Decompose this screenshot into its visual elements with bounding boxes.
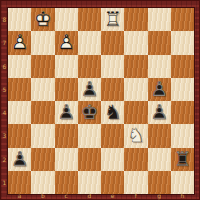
square-c1[interactable] xyxy=(55,171,78,194)
square-b2[interactable] xyxy=(31,148,54,171)
chess-board: ♚♔♜♖♟♙♟♙♟♙♟♙♟♙♚♔♞♘♟♙♞♘♟♙♜♖ xyxy=(8,8,194,194)
square-c7[interactable]: ♟♙ xyxy=(55,31,78,54)
square-h6[interactable] xyxy=(171,55,194,78)
square-g2[interactable] xyxy=(148,148,171,171)
square-e3[interactable] xyxy=(101,124,124,147)
black-pawn-glyph-outline: ♙ xyxy=(148,101,171,124)
square-c5[interactable] xyxy=(55,78,78,101)
piece-white-rook[interactable]: ♜♖ xyxy=(101,8,124,31)
square-e7[interactable] xyxy=(101,31,124,54)
piece-black-pawn[interactable]: ♟♙ xyxy=(55,101,78,124)
square-a7[interactable]: ♟♙ xyxy=(8,31,31,54)
square-h8[interactable] xyxy=(171,8,194,31)
square-c2[interactable] xyxy=(55,148,78,171)
square-a3[interactable] xyxy=(8,124,31,147)
square-b6[interactable] xyxy=(31,55,54,78)
square-c4[interactable]: ♟♙ xyxy=(55,101,78,124)
piece-white-pawn[interactable]: ♟♙ xyxy=(55,31,78,54)
square-f6[interactable] xyxy=(124,55,147,78)
square-g5[interactable]: ♟♙ xyxy=(148,78,171,101)
black-pawn-glyph-outline: ♙ xyxy=(8,148,31,171)
square-b1[interactable] xyxy=(31,171,54,194)
square-b3[interactable] xyxy=(31,124,54,147)
square-f5[interactable] xyxy=(124,78,147,101)
white-pawn-glyph-outline: ♙ xyxy=(8,31,31,54)
square-f3[interactable]: ♞♘ xyxy=(124,124,147,147)
square-f7[interactable] xyxy=(124,31,147,54)
piece-white-pawn[interactable]: ♟♙ xyxy=(8,31,31,54)
piece-black-king[interactable]: ♚♔ xyxy=(78,101,101,124)
square-b4[interactable] xyxy=(31,101,54,124)
white-rook-glyph-outline: ♖ xyxy=(101,8,124,31)
file-label-c: c xyxy=(55,192,78,199)
square-d7[interactable] xyxy=(78,31,101,54)
square-g8[interactable] xyxy=(148,8,171,31)
square-d3[interactable] xyxy=(78,124,101,147)
square-f1[interactable] xyxy=(124,171,147,194)
square-a4[interactable] xyxy=(8,101,31,124)
black-pawn-glyph-outline: ♙ xyxy=(78,78,101,101)
square-g6[interactable] xyxy=(148,55,171,78)
file-label-h: h xyxy=(171,192,194,199)
square-a1[interactable] xyxy=(8,171,31,194)
file-label-b: b xyxy=(31,192,54,199)
rank-label-1: 1 xyxy=(1,179,8,186)
square-g7[interactable] xyxy=(148,31,171,54)
square-d4[interactable]: ♚♔ xyxy=(78,101,101,124)
square-h7[interactable] xyxy=(171,31,194,54)
piece-black-rook[interactable]: ♜♖ xyxy=(171,148,194,171)
black-pawn-glyph-outline: ♙ xyxy=(148,78,171,101)
square-c6[interactable] xyxy=(55,55,78,78)
square-h2[interactable]: ♜♖ xyxy=(171,148,194,171)
square-h4[interactable] xyxy=(171,101,194,124)
file-label-a: a xyxy=(8,192,31,199)
white-knight-glyph-outline: ♘ xyxy=(124,124,147,147)
rank-label-4: 4 xyxy=(1,109,8,116)
square-g3[interactable] xyxy=(148,124,171,147)
black-king-glyph-outline: ♔ xyxy=(78,101,101,124)
square-e2[interactable] xyxy=(101,148,124,171)
white-king-glyph-outline: ♔ xyxy=(31,8,54,31)
square-d5[interactable]: ♟♙ xyxy=(78,78,101,101)
rank-label-8: 8 xyxy=(1,16,8,23)
file-label-e: e xyxy=(101,192,124,199)
square-e1[interactable] xyxy=(101,171,124,194)
file-label-d: d xyxy=(78,192,101,199)
square-e4[interactable]: ♞♘ xyxy=(101,101,124,124)
square-d8[interactable] xyxy=(78,8,101,31)
square-f8[interactable] xyxy=(124,8,147,31)
square-d2[interactable] xyxy=(78,148,101,171)
file-label-g: g xyxy=(148,192,171,199)
square-a8[interactable] xyxy=(8,8,31,31)
square-f4[interactable] xyxy=(124,101,147,124)
piece-white-king[interactable]: ♚♔ xyxy=(31,8,54,31)
square-b7[interactable] xyxy=(31,31,54,54)
piece-white-knight[interactable]: ♞♘ xyxy=(124,124,147,147)
black-knight-glyph-outline: ♘ xyxy=(101,101,124,124)
black-rook-glyph-outline: ♖ xyxy=(171,148,194,171)
piece-black-pawn[interactable]: ♟♙ xyxy=(148,78,171,101)
rank-label-5: 5 xyxy=(1,86,8,93)
piece-black-knight[interactable]: ♞♘ xyxy=(101,101,124,124)
rank-label-2: 2 xyxy=(1,156,8,163)
white-pawn-glyph-outline: ♙ xyxy=(55,31,78,54)
square-g1[interactable] xyxy=(148,171,171,194)
square-h5[interactable] xyxy=(171,78,194,101)
square-d6[interactable] xyxy=(78,55,101,78)
square-d1[interactable] xyxy=(78,171,101,194)
square-a2[interactable]: ♟♙ xyxy=(8,148,31,171)
square-c8[interactable] xyxy=(55,8,78,31)
rank-label-7: 7 xyxy=(1,39,8,46)
square-a5[interactable] xyxy=(8,78,31,101)
square-g4[interactable]: ♟♙ xyxy=(148,101,171,124)
piece-black-pawn[interactable]: ♟♙ xyxy=(8,148,31,171)
square-b8[interactable]: ♚♔ xyxy=(31,8,54,31)
square-h1[interactable] xyxy=(171,171,194,194)
square-f2[interactable] xyxy=(124,148,147,171)
square-b5[interactable] xyxy=(31,78,54,101)
rank-label-6: 6 xyxy=(1,63,8,70)
rank-label-3: 3 xyxy=(1,132,8,139)
piece-black-pawn[interactable]: ♟♙ xyxy=(148,101,171,124)
square-h3[interactable] xyxy=(171,124,194,147)
square-e6[interactable] xyxy=(101,55,124,78)
square-e5[interactable] xyxy=(101,78,124,101)
black-pawn-glyph-outline: ♙ xyxy=(55,101,78,124)
square-e8[interactable]: ♜♖ xyxy=(101,8,124,31)
chess-board-frame: ♚♔♜♖♟♙♟♙♟♙♟♙♟♙♚♔♞♘♟♙♞♘♟♙♜♖ 87654321abcde… xyxy=(0,0,200,200)
piece-black-pawn[interactable]: ♟♙ xyxy=(78,78,101,101)
square-a6[interactable] xyxy=(8,55,31,78)
file-label-f: f xyxy=(124,192,147,199)
square-c3[interactable] xyxy=(55,124,78,147)
